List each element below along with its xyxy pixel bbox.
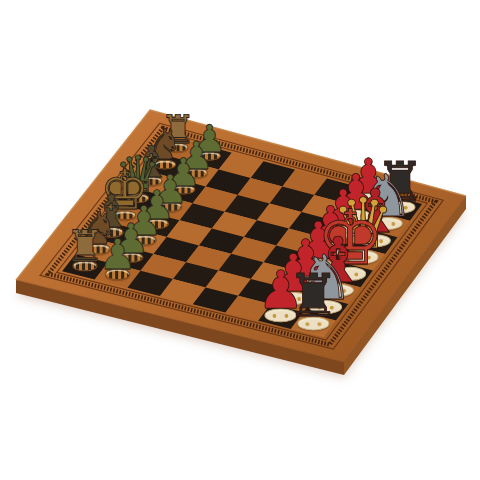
pawn-glyph: ♟: [99, 236, 137, 275]
rook-glyph: ♜: [287, 268, 340, 323]
piece-red-rook[interactable]: ♜: [287, 268, 340, 330]
piece-green-pawn[interactable]: ♟: [99, 236, 137, 280]
photo-stage: ♜♞♝♛♚♝♞♜♟♟♟♟♟♟♟♟♟♟♟♟♟♟♟♟♜♞♝♛♚♝♞♜: [0, 0, 480, 480]
